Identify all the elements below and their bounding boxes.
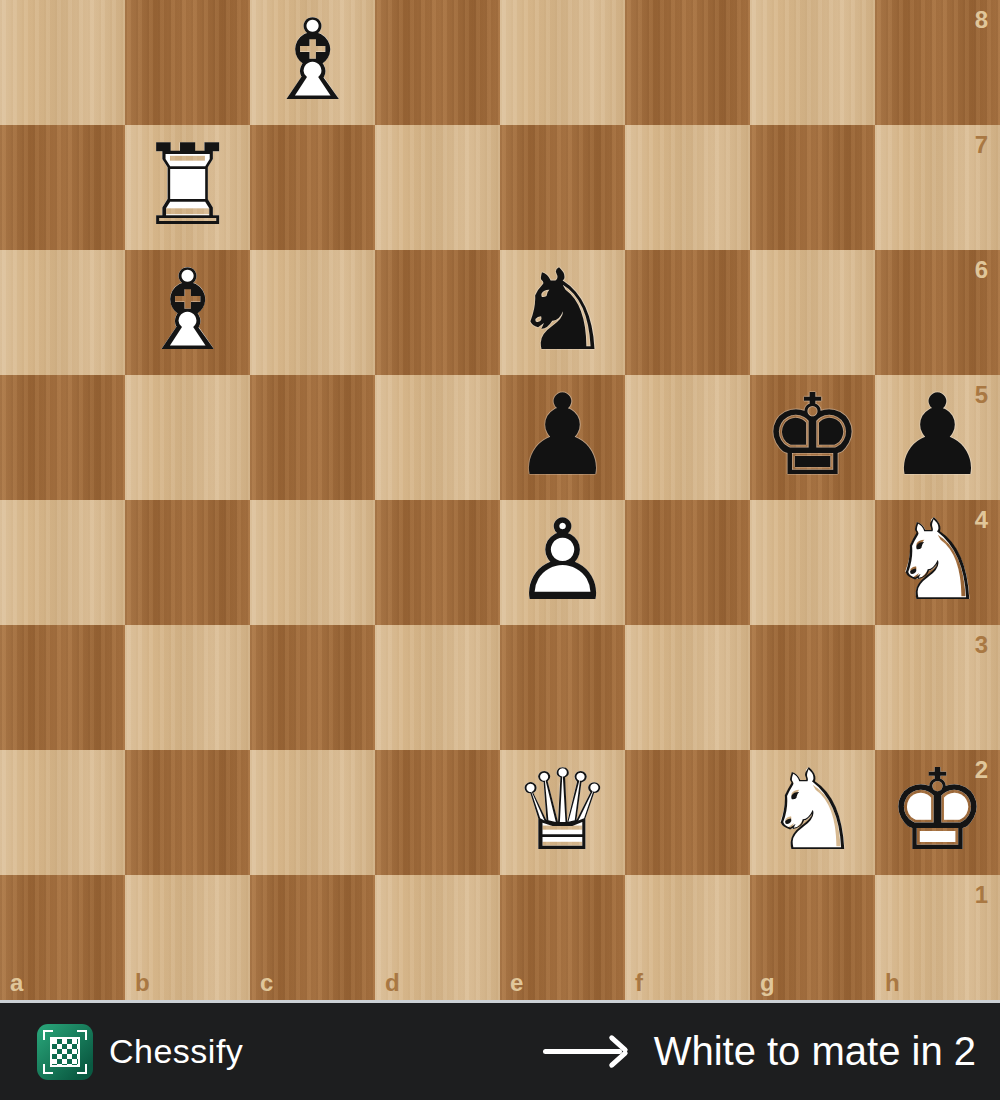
square-a4[interactable] <box>0 500 125 625</box>
square-d8[interactable] <box>375 0 500 125</box>
piece-glyph-fill: ♚ <box>750 375 875 500</box>
puzzle-prompt: White to mate in 2 <box>543 1029 976 1074</box>
square-g8[interactable] <box>750 0 875 125</box>
piece-black-knight[interactable]: ♞ <box>500 250 625 375</box>
rank-label-3: 3 <box>975 633 988 657</box>
square-d7[interactable] <box>375 125 500 250</box>
piece-white-knight[interactable]: ♞♘ <box>750 750 875 875</box>
square-d4[interactable] <box>375 500 500 625</box>
square-g5[interactable]: ♚ <box>750 375 875 500</box>
file-label-d: d <box>385 971 400 995</box>
square-g3[interactable] <box>750 625 875 750</box>
chessify-puzzle-screenshot: ♝♗8♜♖7♝♗♞6♟♚♟5♟♙♞♘43♛♕♞♘♚♔2abcdefg1h Che… <box>0 0 1000 1100</box>
piece-glyph-fill: ♞ <box>500 250 625 375</box>
square-b8[interactable] <box>125 0 250 125</box>
file-label-h: h <box>885 971 900 995</box>
square-h6[interactable]: 6 <box>875 250 1000 375</box>
square-h7[interactable]: 7 <box>875 125 1000 250</box>
file-label-f: f <box>635 971 643 995</box>
square-a6[interactable] <box>0 250 125 375</box>
square-c3[interactable] <box>250 625 375 750</box>
puzzle-caption: White to mate in 2 <box>654 1029 976 1074</box>
square-g7[interactable] <box>750 125 875 250</box>
rank-label-4: 4 <box>975 508 988 532</box>
rank-label-1: 1 <box>975 883 988 907</box>
square-e2[interactable]: ♛♕ <box>500 750 625 875</box>
square-e5[interactable]: ♟ <box>500 375 625 500</box>
square-h2[interactable]: ♚♔2 <box>875 750 1000 875</box>
square-g6[interactable] <box>750 250 875 375</box>
rank-label-6: 6 <box>975 258 988 282</box>
square-a8[interactable] <box>0 0 125 125</box>
piece-white-pawn[interactable]: ♟♙ <box>500 500 625 625</box>
rank-label-8: 8 <box>975 8 988 32</box>
square-b2[interactable] <box>125 750 250 875</box>
square-c7[interactable] <box>250 125 375 250</box>
square-f6[interactable] <box>625 250 750 375</box>
piece-glyph-outline: ♗ <box>125 250 250 375</box>
file-label-c: c <box>260 971 273 995</box>
right-arrow-icon <box>543 1038 627 1066</box>
rank-label-5: 5 <box>975 383 988 407</box>
file-label-e: e <box>510 971 523 995</box>
square-d2[interactable] <box>375 750 500 875</box>
square-h3[interactable]: 3 <box>875 625 1000 750</box>
file-label-b: b <box>135 971 150 995</box>
square-c2[interactable] <box>250 750 375 875</box>
piece-glyph-outline: ♖ <box>125 125 250 250</box>
square-e8[interactable] <box>500 0 625 125</box>
square-e7[interactable] <box>500 125 625 250</box>
brand-name: Chessify <box>109 1032 243 1071</box>
rank-label-7: 7 <box>975 133 988 157</box>
square-g2[interactable]: ♞♘ <box>750 750 875 875</box>
square-a1[interactable]: a <box>0 875 125 1000</box>
square-f1[interactable]: f <box>625 875 750 1000</box>
file-label-a: a <box>10 971 23 995</box>
arrow-shaft <box>543 1049 622 1054</box>
square-a2[interactable] <box>0 750 125 875</box>
square-d3[interactable] <box>375 625 500 750</box>
square-f5[interactable] <box>625 375 750 500</box>
square-h8[interactable]: 8 <box>875 0 1000 125</box>
square-b7[interactable]: ♜♖ <box>125 125 250 250</box>
square-b4[interactable] <box>125 500 250 625</box>
square-b1[interactable]: b <box>125 875 250 1000</box>
file-label-g: g <box>760 971 775 995</box>
square-f2[interactable] <box>625 750 750 875</box>
square-d1[interactable]: d <box>375 875 500 1000</box>
square-h4[interactable]: ♞♘4 <box>875 500 1000 625</box>
square-e4[interactable]: ♟♙ <box>500 500 625 625</box>
footer-bar: Chessify White to mate in 2 <box>0 1000 1000 1100</box>
square-g4[interactable] <box>750 500 875 625</box>
chessify-logo-icon <box>37 1024 93 1080</box>
square-e3[interactable] <box>500 625 625 750</box>
square-d6[interactable] <box>375 250 500 375</box>
square-c6[interactable] <box>250 250 375 375</box>
square-b3[interactable] <box>125 625 250 750</box>
rank-label-2: 2 <box>975 758 988 782</box>
square-e1[interactable]: e <box>500 875 625 1000</box>
square-c4[interactable] <box>250 500 375 625</box>
checkerboard-icon <box>50 1037 80 1067</box>
piece-white-rook[interactable]: ♜♖ <box>125 125 250 250</box>
square-a5[interactable] <box>0 375 125 500</box>
square-b5[interactable] <box>125 375 250 500</box>
piece-white-bishop[interactable]: ♝♗ <box>250 0 375 125</box>
square-g1[interactable]: g <box>750 875 875 1000</box>
square-f7[interactable] <box>625 125 750 250</box>
square-c8[interactable]: ♝♗ <box>250 0 375 125</box>
square-d5[interactable] <box>375 375 500 500</box>
piece-white-bishop[interactable]: ♝♗ <box>125 250 250 375</box>
square-c5[interactable] <box>250 375 375 500</box>
square-e6[interactable]: ♞ <box>500 250 625 375</box>
piece-glyph-outline: ♗ <box>250 0 375 125</box>
piece-glyph-fill: ♟ <box>500 375 625 500</box>
square-f8[interactable] <box>625 0 750 125</box>
square-a3[interactable] <box>0 625 125 750</box>
square-c1[interactable]: c <box>250 875 375 1000</box>
piece-black-pawn[interactable]: ♟ <box>500 375 625 500</box>
piece-glyph-outline: ♙ <box>500 500 625 625</box>
square-f4[interactable] <box>625 500 750 625</box>
square-h1[interactable]: 1h <box>875 875 1000 1000</box>
piece-black-king[interactable]: ♚ <box>750 375 875 500</box>
piece-glyph-outline: ♘ <box>750 750 875 875</box>
chess-board: ♝♗8♜♖7♝♗♞6♟♚♟5♟♙♞♘43♛♕♞♘♚♔2abcdefg1h <box>0 0 1000 1000</box>
piece-glyph-outline: ♕ <box>500 750 625 875</box>
piece-white-queen[interactable]: ♛♕ <box>500 750 625 875</box>
square-h5[interactable]: ♟5 <box>875 375 1000 500</box>
square-f3[interactable] <box>625 625 750 750</box>
square-b6[interactable]: ♝♗ <box>125 250 250 375</box>
square-a7[interactable] <box>0 125 125 250</box>
